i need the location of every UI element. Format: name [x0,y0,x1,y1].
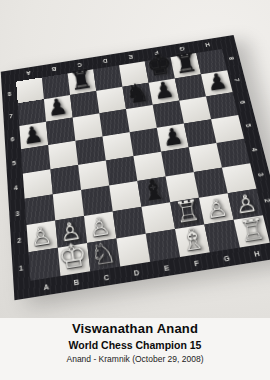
piece-white-pawn[interactable]: ♙ [204,195,229,222]
coordinate-label-b: B [41,62,68,77]
square-g2[interactable]: ♙ [199,193,234,224]
square-a7[interactable] [18,99,46,126]
square-b5[interactable] [48,141,78,170]
square-d7[interactable] [96,87,126,114]
coordinate-label-g: G [168,42,196,56]
square-c5[interactable] [75,136,105,164]
coordinate-label-e: E [117,50,144,64]
square-g7[interactable] [175,74,206,100]
coordinate-label-7: 7 [4,104,19,129]
square-f8[interactable]: ♚ [145,57,175,83]
piece-black-pawn[interactable]: ♟ [46,95,69,120]
square-e5[interactable] [130,128,161,156]
coordinate-label-h: H [194,38,222,52]
coordinate-label-f: F [143,46,171,60]
coordinate-label-1: 1 [13,252,30,283]
square-f5[interactable]: ♟ [157,124,189,152]
square-c8[interactable]: ♜ [68,69,97,95]
piece-white-knight[interactable]: ♘ [88,237,118,270]
square-a8[interactable] [16,77,44,103]
square-e6[interactable] [126,105,157,132]
piece-white-bishop[interactable]: ♗ [177,223,207,256]
player-name: Viswanathan Anand [0,321,270,336]
coordinate-label-5: 5 [234,117,264,133]
square-e1[interactable] [146,229,180,262]
coordinate-label-6: 6 [228,94,258,110]
piece-black-pawn[interactable]: ♟ [21,122,45,147]
piece-white-king[interactable]: ♔ [56,238,90,275]
board-photo: ABCDEFGH ABCDEFGH 87654321 87654321 ♜♚♜♟… [0,0,270,318]
square-b8[interactable] [42,73,70,99]
coordinate-label-6: 6 [5,126,20,152]
square-a5[interactable] [21,145,50,174]
coordinate-label-d: D [92,54,119,69]
square-c7[interactable] [70,91,99,118]
square-e2[interactable] [141,202,175,233]
square-b6[interactable] [46,117,75,145]
board-scene: ABCDEFGH ABCDEFGH 87654321 87654321 ♜♚♜♟… [0,0,270,318]
coordinate-label-c: C [66,58,93,73]
piece-black-bishop[interactable]: ♝ [139,174,168,206]
square-a6[interactable]: ♟ [19,122,48,150]
caption: Viswanathan Anand World Chess Champion 1… [0,321,270,364]
square-e7[interactable]: ♞ [122,83,152,109]
piece-white-pawn[interactable]: ♙ [28,223,53,250]
square-g5[interactable] [184,119,216,147]
coordinate-label-3: 3 [10,199,26,227]
square-a2[interactable]: ♙ [27,221,58,253]
square-f7[interactable]: ♟ [149,78,180,104]
square-f6[interactable] [153,101,184,128]
square-c4[interactable] [78,161,109,190]
square-g6[interactable] [179,96,211,123]
square-h1[interactable]: ♖ [234,215,270,247]
square-c1[interactable]: ♘ [87,238,120,271]
coordinate-label-8: 8 [218,51,247,66]
champion-title: World Chess Champion 15 [0,339,270,351]
square-g8[interactable]: ♜ [170,53,201,78]
coordinate-label-a: A [15,66,41,81]
square-b3[interactable] [53,190,84,221]
square-d8[interactable] [93,65,122,91]
piece-white-rook[interactable]: ♖ [237,213,267,246]
piece-black-pawn[interactable]: ♟ [153,78,176,103]
match-detail: Anand - Kramnik (October 29, 2008) [0,354,270,364]
square-c6[interactable] [73,113,103,140]
coordinate-label-7: 7 [223,72,252,87]
piece-black-pawn[interactable]: ♟ [161,124,185,150]
coordinate-label-4: 4 [8,174,24,201]
square-d4[interactable] [106,156,138,185]
square-d6[interactable] [99,109,129,136]
square-d5[interactable] [102,132,133,160]
file-labels-top: ABCDEFGH [15,38,221,81]
square-d1[interactable] [116,234,150,267]
coordinate-label-2: 2 [11,225,27,255]
square-a1[interactable] [29,248,61,281]
coordinate-label-8: 8 [2,82,16,106]
board-frame: ABCDEFGH ABCDEFGH 87654321 87654321 ♜♚♜♟… [1,35,270,300]
coordinate-label-5: 5 [7,150,22,176]
poster: ABCDEFGH ABCDEFGH 87654321 87654321 ♜♚♜♟… [0,0,270,380]
square-b1[interactable]: ♔ [58,243,91,276]
piece-black-knight[interactable]: ♞ [124,79,151,108]
square-e8[interactable] [119,61,149,87]
square-b7[interactable]: ♟ [44,95,73,122]
